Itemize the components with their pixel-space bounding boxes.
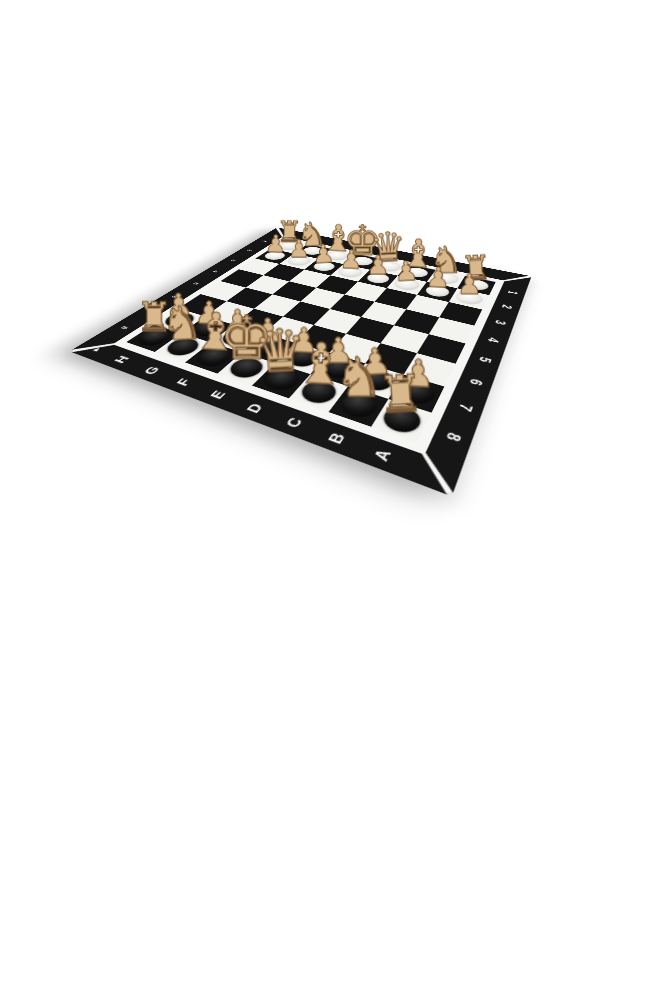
piece-glyph: ♟ xyxy=(439,271,501,299)
pieces-layer: ♜♞♝♛♚♝♞♜♟♟♟♟♟♟♟♟♟♟♟♟♟♟♟♟♜♞♝♛♚♝♞♜ xyxy=(69,227,531,496)
piece-glyph: ♜ xyxy=(355,366,446,422)
chess-board: ♜♞♝♛♚♝♞♜♟♟♟♟♟♟♟♟♟♟♟♟♟♟♟♟♜♞♝♛♚♝♞♜ HGFEDCB… xyxy=(69,227,531,496)
product-photo-stage: ♜♞♝♛♚♝♞♜♟♟♟♟♟♟♟♟♟♟♟♟♟♟♟♟♜♞♝♛♚♝♞♜ HGFEDCB… xyxy=(0,0,666,1000)
chess-scene: ♜♞♝♛♚♝♞♜♟♟♟♟♟♟♟♟♟♟♟♟♟♟♟♟♜♞♝♛♚♝♞♜ HGFEDCB… xyxy=(161,140,499,478)
